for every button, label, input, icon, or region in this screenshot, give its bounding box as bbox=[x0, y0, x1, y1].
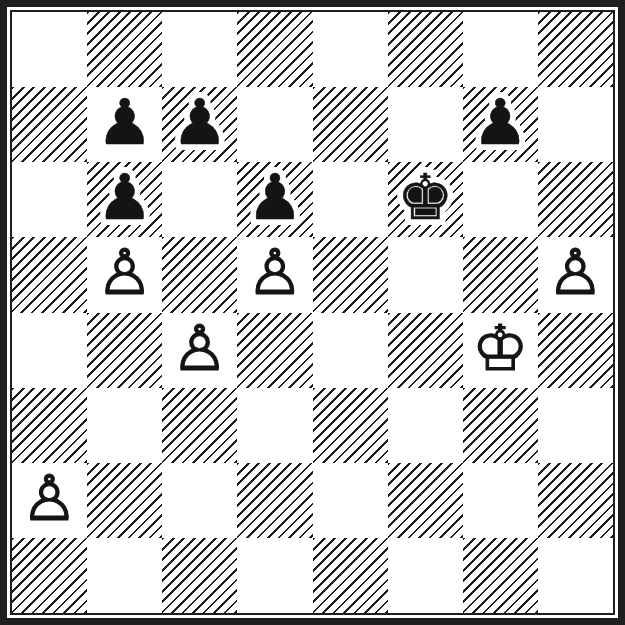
square-b3[interactable] bbox=[87, 388, 162, 463]
black-pawn-c7[interactable]: ♟ bbox=[172, 91, 228, 154]
square-c2[interactable] bbox=[162, 463, 237, 538]
square-a1[interactable] bbox=[12, 538, 87, 613]
square-a3[interactable] bbox=[12, 388, 87, 463]
square-f5[interactable] bbox=[388, 237, 463, 312]
square-c8[interactable] bbox=[162, 12, 237, 87]
square-d4[interactable] bbox=[237, 313, 312, 388]
square-a4[interactable] bbox=[12, 313, 87, 388]
square-b6[interactable]: ♟♟ bbox=[87, 162, 162, 237]
square-e4[interactable] bbox=[313, 313, 388, 388]
square-f3[interactable] bbox=[388, 388, 463, 463]
square-a8[interactable] bbox=[12, 12, 87, 87]
square-g2[interactable] bbox=[463, 463, 538, 538]
square-d2[interactable] bbox=[237, 463, 312, 538]
white-pawn-b5[interactable]: ♙ bbox=[96, 241, 152, 304]
square-d8[interactable] bbox=[237, 12, 312, 87]
square-c6[interactable] bbox=[162, 162, 237, 237]
square-g4[interactable]: ♔♔ bbox=[463, 313, 538, 388]
square-d6[interactable]: ♟♟ bbox=[237, 162, 312, 237]
square-e7[interactable] bbox=[313, 87, 388, 162]
white-pawn-h5[interactable]: ♙ bbox=[547, 241, 603, 304]
square-b1[interactable] bbox=[87, 538, 162, 613]
square-b2[interactable] bbox=[87, 463, 162, 538]
square-h1[interactable] bbox=[538, 538, 613, 613]
square-e6[interactable] bbox=[313, 162, 388, 237]
square-a5[interactable] bbox=[12, 237, 87, 312]
square-g1[interactable] bbox=[463, 538, 538, 613]
square-e1[interactable] bbox=[313, 538, 388, 613]
white-pawn-a2[interactable]: ♙ bbox=[21, 467, 77, 530]
square-a2[interactable]: ♙♙ bbox=[12, 463, 87, 538]
square-f6[interactable]: ♚♚ bbox=[388, 162, 463, 237]
square-b5[interactable]: ♙♙ bbox=[87, 237, 162, 312]
square-f8[interactable] bbox=[388, 12, 463, 87]
chess-diagram-page: ♟♟♟♟♟♟♟♟♟♟♚♚♙♙♙♙♙♙♙♙♔♔♙♙ bbox=[0, 0, 625, 625]
square-c3[interactable] bbox=[162, 388, 237, 463]
white-pawn-d5[interactable]: ♙ bbox=[247, 241, 303, 304]
square-d1[interactable] bbox=[237, 538, 312, 613]
square-d7[interactable] bbox=[237, 87, 312, 162]
square-b4[interactable] bbox=[87, 313, 162, 388]
square-h5[interactable]: ♙♙ bbox=[538, 237, 613, 312]
square-e2[interactable] bbox=[313, 463, 388, 538]
square-h8[interactable] bbox=[538, 12, 613, 87]
board-outer-frame: ♟♟♟♟♟♟♟♟♟♟♚♚♙♙♙♙♙♙♙♙♔♔♙♙ bbox=[0, 0, 625, 625]
black-pawn-d6[interactable]: ♟ bbox=[247, 166, 303, 229]
square-c7[interactable]: ♟♟ bbox=[162, 87, 237, 162]
square-h3[interactable] bbox=[538, 388, 613, 463]
square-h6[interactable] bbox=[538, 162, 613, 237]
square-c1[interactable] bbox=[162, 538, 237, 613]
square-g6[interactable] bbox=[463, 162, 538, 237]
square-h2[interactable] bbox=[538, 463, 613, 538]
square-g5[interactable] bbox=[463, 237, 538, 312]
square-h4[interactable] bbox=[538, 313, 613, 388]
white-king-g4[interactable]: ♔ bbox=[472, 317, 528, 380]
square-g3[interactable] bbox=[463, 388, 538, 463]
square-g8[interactable] bbox=[463, 12, 538, 87]
square-e8[interactable] bbox=[313, 12, 388, 87]
square-e5[interactable] bbox=[313, 237, 388, 312]
square-b7[interactable]: ♟♟ bbox=[87, 87, 162, 162]
square-f2[interactable] bbox=[388, 463, 463, 538]
square-h7[interactable] bbox=[538, 87, 613, 162]
white-pawn-c4[interactable]: ♙ bbox=[172, 317, 228, 380]
square-c5[interactable] bbox=[162, 237, 237, 312]
black-king-f6[interactable]: ♚ bbox=[397, 166, 453, 229]
square-b8[interactable] bbox=[87, 12, 162, 87]
square-f7[interactable] bbox=[388, 87, 463, 162]
square-d5[interactable]: ♙♙ bbox=[237, 237, 312, 312]
square-a7[interactable] bbox=[12, 87, 87, 162]
black-pawn-g7[interactable]: ♟ bbox=[472, 91, 528, 154]
board-inner-frame: ♟♟♟♟♟♟♟♟♟♟♚♚♙♙♙♙♙♙♙♙♔♔♙♙ bbox=[10, 10, 615, 615]
square-a6[interactable] bbox=[12, 162, 87, 237]
black-pawn-b6[interactable]: ♟ bbox=[96, 166, 152, 229]
square-e3[interactable] bbox=[313, 388, 388, 463]
black-pawn-b7[interactable]: ♟ bbox=[96, 91, 152, 154]
square-c4[interactable]: ♙♙ bbox=[162, 313, 237, 388]
square-g7[interactable]: ♟♟ bbox=[463, 87, 538, 162]
square-d3[interactable] bbox=[237, 388, 312, 463]
square-f4[interactable] bbox=[388, 313, 463, 388]
chess-board: ♟♟♟♟♟♟♟♟♟♟♚♚♙♙♙♙♙♙♙♙♔♔♙♙ bbox=[12, 12, 613, 613]
square-f1[interactable] bbox=[388, 538, 463, 613]
